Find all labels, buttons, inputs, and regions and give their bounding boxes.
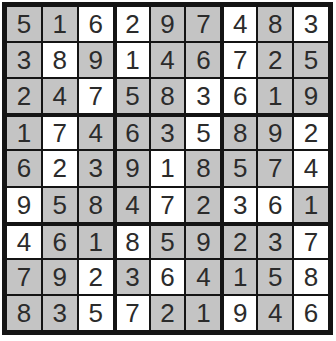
sudoku-board: 5162974833891467252475836191746358926239… bbox=[2, 2, 333, 335]
cell-r8c4: 3 bbox=[115, 260, 149, 294]
cell-r9c9[interactable]: 6 bbox=[294, 296, 328, 330]
cell-r6c7[interactable]: 3 bbox=[222, 188, 256, 222]
cell-r1c4[interactable]: 2 bbox=[115, 7, 149, 41]
cell-r9c8: 4 bbox=[258, 296, 292, 330]
cell-r1c9[interactable]: 3 bbox=[294, 7, 328, 41]
cell-r7c9[interactable]: 7 bbox=[294, 224, 328, 258]
cell-r4c6[interactable]: 5 bbox=[186, 115, 220, 149]
cell-r3c6[interactable]: 3 bbox=[186, 79, 220, 113]
cell-r9c1: 8 bbox=[7, 296, 41, 330]
cell-r1c6: 7 bbox=[186, 7, 220, 41]
cell-r5c6: 8 bbox=[186, 151, 220, 185]
cell-r7c8: 3 bbox=[258, 224, 292, 258]
cell-r8c9[interactable]: 8 bbox=[294, 260, 328, 294]
cell-r7c2: 6 bbox=[43, 224, 77, 258]
cell-r8c2: 9 bbox=[43, 260, 77, 294]
cell-r5c2[interactable]: 2 bbox=[43, 151, 77, 185]
cell-r8c8: 5 bbox=[258, 260, 292, 294]
cell-r6c9: 1 bbox=[294, 188, 328, 222]
cell-r8c7: 1 bbox=[222, 260, 256, 294]
cell-r6c6: 2 bbox=[186, 188, 220, 222]
cell-r2c6: 6 bbox=[186, 43, 220, 77]
cell-r8c3[interactable]: 2 bbox=[79, 260, 113, 294]
cell-r5c3: 3 bbox=[79, 151, 113, 185]
cell-r2c3: 9 bbox=[79, 43, 113, 77]
cell-r3c5: 8 bbox=[151, 79, 185, 113]
cell-r2c7[interactable]: 7 bbox=[222, 43, 256, 77]
cell-r2c9: 5 bbox=[294, 43, 328, 77]
cell-r3c4: 5 bbox=[115, 79, 149, 113]
cell-r4c7: 8 bbox=[222, 115, 256, 149]
cell-r9c4[interactable]: 7 bbox=[115, 296, 149, 330]
cell-r1c1: 5 bbox=[7, 7, 41, 41]
cell-r9c2: 3 bbox=[43, 296, 77, 330]
cell-r7c6: 9 bbox=[186, 224, 220, 258]
cell-r4c8: 9 bbox=[258, 115, 292, 149]
cell-r6c1[interactable]: 9 bbox=[7, 188, 41, 222]
cell-r6c4: 4 bbox=[115, 188, 149, 222]
cell-r6c3: 8 bbox=[79, 188, 113, 222]
cell-r9c6: 1 bbox=[186, 296, 220, 330]
cell-r8c6: 4 bbox=[186, 260, 220, 294]
cell-r3c9: 9 bbox=[294, 79, 328, 113]
cell-r6c5[interactable]: 7 bbox=[151, 188, 185, 222]
cell-r9c5: 2 bbox=[151, 296, 185, 330]
cell-r8c1: 7 bbox=[7, 260, 41, 294]
cell-r5c9[interactable]: 4 bbox=[294, 151, 328, 185]
cell-r9c7[interactable]: 9 bbox=[222, 296, 256, 330]
cell-r2c2[interactable]: 8 bbox=[43, 43, 77, 77]
cell-r4c4: 6 bbox=[115, 115, 149, 149]
cell-r4c9[interactable]: 2 bbox=[294, 115, 328, 149]
cell-r2c5: 4 bbox=[151, 43, 185, 77]
cell-r4c2[interactable]: 7 bbox=[43, 115, 77, 149]
cell-r5c4: 9 bbox=[115, 151, 149, 185]
cell-r1c8: 8 bbox=[258, 7, 292, 41]
cell-r3c2: 4 bbox=[43, 79, 77, 113]
cell-r5c7: 5 bbox=[222, 151, 256, 185]
cell-r1c7[interactable]: 4 bbox=[222, 7, 256, 41]
cell-r6c8[interactable]: 6 bbox=[258, 188, 292, 222]
cell-r4c5: 3 bbox=[151, 115, 185, 149]
cell-r5c1: 6 bbox=[7, 151, 41, 185]
cell-r1c3[interactable]: 6 bbox=[79, 7, 113, 41]
cell-r3c8: 1 bbox=[258, 79, 292, 113]
cell-r3c3[interactable]: 7 bbox=[79, 79, 113, 113]
cell-r2c8: 2 bbox=[258, 43, 292, 77]
cell-r9c3[interactable]: 5 bbox=[79, 296, 113, 330]
cell-r7c4[interactable]: 8 bbox=[115, 224, 149, 258]
cell-r2c1: 3 bbox=[7, 43, 41, 77]
cell-r1c5: 9 bbox=[151, 7, 185, 41]
cell-r6c2: 5 bbox=[43, 188, 77, 222]
cell-r5c8: 7 bbox=[258, 151, 292, 185]
cell-r8c5[interactable]: 6 bbox=[151, 260, 185, 294]
cell-r7c1[interactable]: 4 bbox=[7, 224, 41, 258]
cell-r2c4[interactable]: 1 bbox=[115, 43, 149, 77]
cell-r4c1: 1 bbox=[7, 115, 41, 149]
cell-r4c3: 4 bbox=[79, 115, 113, 149]
cell-r7c3: 1 bbox=[79, 224, 113, 258]
cell-r7c7: 2 bbox=[222, 224, 256, 258]
cell-r7c5: 5 bbox=[151, 224, 185, 258]
cell-r3c7[interactable]: 6 bbox=[222, 79, 256, 113]
cell-r1c2: 1 bbox=[43, 7, 77, 41]
cell-r5c5[interactable]: 1 bbox=[151, 151, 185, 185]
cell-r3c1: 2 bbox=[7, 79, 41, 113]
